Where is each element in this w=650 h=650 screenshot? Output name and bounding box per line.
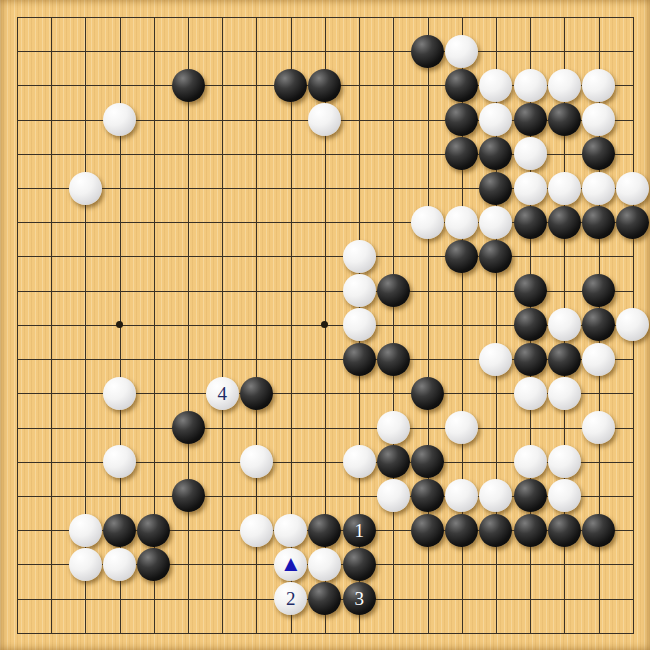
- board-point[interactable]: [376, 274, 410, 308]
- board-point[interactable]: [445, 308, 479, 342]
- board-point[interactable]: [171, 513, 205, 547]
- board-point[interactable]: [34, 239, 68, 273]
- board-point[interactable]: [103, 547, 137, 581]
- board-point[interactable]: [68, 342, 102, 376]
- board-point[interactable]: [68, 547, 102, 581]
- board-point[interactable]: [479, 34, 513, 68]
- board-point[interactable]: [274, 137, 308, 171]
- board-point[interactable]: [410, 342, 444, 376]
- board-point[interactable]: 4: [205, 376, 239, 410]
- board-point[interactable]: [274, 308, 308, 342]
- board-point[interactable]: [239, 171, 273, 205]
- board-point[interactable]: [513, 616, 547, 650]
- board-point[interactable]: [547, 376, 581, 410]
- board-point[interactable]: [171, 34, 205, 68]
- board-point[interactable]: [513, 239, 547, 273]
- board-point[interactable]: [513, 137, 547, 171]
- board-point[interactable]: [68, 171, 102, 205]
- board-point[interactable]: [547, 410, 581, 444]
- board-point[interactable]: [479, 0, 513, 34]
- board-point[interactable]: [342, 410, 376, 444]
- board-point[interactable]: [376, 308, 410, 342]
- board-point[interactable]: [205, 342, 239, 376]
- board-point[interactable]: [137, 308, 171, 342]
- board-point[interactable]: [616, 342, 650, 376]
- board-point[interactable]: [0, 68, 34, 102]
- board-point[interactable]: [103, 308, 137, 342]
- board-point[interactable]: [308, 0, 342, 34]
- board-point[interactable]: [581, 0, 615, 34]
- board-point[interactable]: [445, 479, 479, 513]
- board-point[interactable]: [239, 410, 273, 444]
- board-point[interactable]: [34, 445, 68, 479]
- board-point[interactable]: [0, 410, 34, 444]
- board-point[interactable]: [274, 103, 308, 137]
- board-point[interactable]: [410, 171, 444, 205]
- board-point[interactable]: [410, 547, 444, 581]
- board-point[interactable]: [547, 479, 581, 513]
- board-point[interactable]: [410, 513, 444, 547]
- board-point[interactable]: [308, 274, 342, 308]
- board-point[interactable]: [34, 137, 68, 171]
- board-point[interactable]: [342, 274, 376, 308]
- board-point[interactable]: [103, 581, 137, 615]
- board-point[interactable]: [581, 205, 615, 239]
- board-point[interactable]: [342, 479, 376, 513]
- board-point[interactable]: [410, 103, 444, 137]
- board-point[interactable]: [308, 34, 342, 68]
- board-point[interactable]: [547, 445, 581, 479]
- board-point[interactable]: [445, 171, 479, 205]
- board-point[interactable]: [34, 171, 68, 205]
- board-point[interactable]: [137, 171, 171, 205]
- board-point[interactable]: [376, 0, 410, 34]
- board-point[interactable]: [616, 274, 650, 308]
- board-point[interactable]: [137, 34, 171, 68]
- board-point[interactable]: [513, 445, 547, 479]
- board-point[interactable]: [274, 68, 308, 102]
- board-point[interactable]: [239, 376, 273, 410]
- board-point[interactable]: [103, 205, 137, 239]
- board-point[interactable]: [410, 205, 444, 239]
- board-point[interactable]: [376, 479, 410, 513]
- board-point[interactable]: [445, 581, 479, 615]
- board-point[interactable]: [410, 308, 444, 342]
- board-point[interactable]: [445, 137, 479, 171]
- board-point[interactable]: [68, 445, 102, 479]
- board-point[interactable]: [547, 171, 581, 205]
- board-point[interactable]: [616, 308, 650, 342]
- board-point[interactable]: [137, 103, 171, 137]
- board-point[interactable]: [547, 34, 581, 68]
- board-point[interactable]: [479, 68, 513, 102]
- board-point[interactable]: [616, 137, 650, 171]
- board-point[interactable]: [274, 513, 308, 547]
- board-point[interactable]: [274, 0, 308, 34]
- board-point[interactable]: [239, 513, 273, 547]
- board-point[interactable]: [376, 342, 410, 376]
- board-point[interactable]: [205, 103, 239, 137]
- board-point[interactable]: [376, 68, 410, 102]
- board-point[interactable]: [68, 34, 102, 68]
- board-point[interactable]: [68, 479, 102, 513]
- board-point[interactable]: [308, 513, 342, 547]
- board-point[interactable]: [171, 103, 205, 137]
- board-point[interactable]: [547, 239, 581, 273]
- board-point[interactable]: [137, 0, 171, 34]
- board-point[interactable]: [445, 410, 479, 444]
- board-point[interactable]: [103, 239, 137, 273]
- board-point[interactable]: [581, 547, 615, 581]
- board-point[interactable]: [171, 0, 205, 34]
- board-point[interactable]: [616, 479, 650, 513]
- board-point[interactable]: [479, 616, 513, 650]
- board-point[interactable]: [513, 0, 547, 34]
- board-point[interactable]: [445, 34, 479, 68]
- board-point[interactable]: [376, 171, 410, 205]
- board-point[interactable]: [0, 103, 34, 137]
- board-point[interactable]: [205, 410, 239, 444]
- board-point[interactable]: [205, 479, 239, 513]
- board-point[interactable]: [479, 342, 513, 376]
- board-point[interactable]: [34, 103, 68, 137]
- board-point[interactable]: [410, 68, 444, 102]
- board-point[interactable]: [308, 581, 342, 615]
- board-point[interactable]: [68, 376, 102, 410]
- board-point[interactable]: [308, 376, 342, 410]
- board-point[interactable]: [274, 445, 308, 479]
- board-point[interactable]: [547, 274, 581, 308]
- board-point[interactable]: [547, 342, 581, 376]
- board-point[interactable]: [342, 0, 376, 34]
- board-point[interactable]: [445, 239, 479, 273]
- board-point[interactable]: [616, 513, 650, 547]
- board-point[interactable]: [581, 616, 615, 650]
- board-point[interactable]: [342, 205, 376, 239]
- board-point[interactable]: [479, 171, 513, 205]
- board-point[interactable]: [581, 308, 615, 342]
- board-point[interactable]: [513, 513, 547, 547]
- board-point[interactable]: [410, 239, 444, 273]
- board-point[interactable]: [0, 445, 34, 479]
- board-point[interactable]: [0, 239, 34, 273]
- board-point[interactable]: [0, 171, 34, 205]
- board-point[interactable]: [171, 479, 205, 513]
- board-point[interactable]: [342, 103, 376, 137]
- board-point[interactable]: [137, 376, 171, 410]
- board-point[interactable]: [0, 479, 34, 513]
- board-point[interactable]: [34, 308, 68, 342]
- board-point[interactable]: [34, 68, 68, 102]
- board-point[interactable]: [410, 137, 444, 171]
- board-point[interactable]: [479, 581, 513, 615]
- board-point[interactable]: [410, 34, 444, 68]
- board-point[interactable]: [205, 0, 239, 34]
- board-point[interactable]: [308, 103, 342, 137]
- board-point[interactable]: [376, 239, 410, 273]
- board-point[interactable]: [342, 68, 376, 102]
- board-point[interactable]: [342, 171, 376, 205]
- board-point[interactable]: [0, 0, 34, 34]
- board-point[interactable]: [513, 308, 547, 342]
- board-point[interactable]: [308, 445, 342, 479]
- board-point[interactable]: [68, 239, 102, 273]
- board-point[interactable]: [0, 205, 34, 239]
- board-point[interactable]: [68, 205, 102, 239]
- board-point[interactable]: [410, 581, 444, 615]
- board-point[interactable]: [581, 68, 615, 102]
- board-point[interactable]: [34, 410, 68, 444]
- board-point[interactable]: [205, 68, 239, 102]
- board-point[interactable]: [274, 171, 308, 205]
- board-point[interactable]: [171, 171, 205, 205]
- board-point[interactable]: [205, 171, 239, 205]
- board-point[interactable]: [239, 616, 273, 650]
- board-point[interactable]: [0, 547, 34, 581]
- board-point[interactable]: [103, 137, 137, 171]
- board-point[interactable]: [137, 581, 171, 615]
- board-point[interactable]: [410, 410, 444, 444]
- board-point[interactable]: [376, 137, 410, 171]
- board-point[interactable]: [274, 34, 308, 68]
- board-point[interactable]: [513, 547, 547, 581]
- board-point[interactable]: 3: [342, 581, 376, 615]
- board-point[interactable]: [445, 616, 479, 650]
- board-point[interactable]: [0, 34, 34, 68]
- board-point[interactable]: [410, 479, 444, 513]
- board-point[interactable]: [68, 68, 102, 102]
- board-point[interactable]: [616, 103, 650, 137]
- board-point[interactable]: [0, 308, 34, 342]
- board-point[interactable]: [479, 308, 513, 342]
- board-point[interactable]: [171, 581, 205, 615]
- board-point[interactable]: [445, 205, 479, 239]
- board-point[interactable]: [137, 410, 171, 444]
- board-point[interactable]: [479, 376, 513, 410]
- board-point[interactable]: [308, 410, 342, 444]
- board-point[interactable]: [103, 445, 137, 479]
- board-point[interactable]: [0, 376, 34, 410]
- board-point[interactable]: [342, 547, 376, 581]
- board-point[interactable]: [103, 68, 137, 102]
- board-point[interactable]: [68, 616, 102, 650]
- board-point[interactable]: [547, 137, 581, 171]
- board-point[interactable]: [342, 239, 376, 273]
- board-point[interactable]: [205, 274, 239, 308]
- board-point[interactable]: [34, 479, 68, 513]
- board-point[interactable]: [308, 479, 342, 513]
- board-point[interactable]: [342, 137, 376, 171]
- board-point[interactable]: [68, 137, 102, 171]
- board-point[interactable]: [239, 547, 273, 581]
- board-point[interactable]: 1: [342, 513, 376, 547]
- board-point[interactable]: [239, 308, 273, 342]
- board-point[interactable]: [205, 513, 239, 547]
- board-point[interactable]: [479, 103, 513, 137]
- board-point[interactable]: [547, 205, 581, 239]
- board-point[interactable]: [0, 137, 34, 171]
- board-point[interactable]: [445, 547, 479, 581]
- board-point[interactable]: [274, 376, 308, 410]
- board-point[interactable]: [171, 342, 205, 376]
- board-point[interactable]: [479, 239, 513, 273]
- board-point[interactable]: [513, 410, 547, 444]
- board-point[interactable]: [376, 376, 410, 410]
- board-point[interactable]: [376, 410, 410, 444]
- board-point[interactable]: [445, 513, 479, 547]
- board-point[interactable]: [547, 513, 581, 547]
- board-point[interactable]: [68, 513, 102, 547]
- board-point[interactable]: [342, 34, 376, 68]
- board-point[interactable]: [103, 410, 137, 444]
- board-point[interactable]: [34, 34, 68, 68]
- board-point[interactable]: [239, 68, 273, 102]
- board-point[interactable]: [34, 376, 68, 410]
- board-point[interactable]: [616, 205, 650, 239]
- board-point[interactable]: [581, 137, 615, 171]
- board-point[interactable]: [342, 308, 376, 342]
- board-point[interactable]: [137, 274, 171, 308]
- board-point[interactable]: [547, 103, 581, 137]
- board-point[interactable]: [581, 171, 615, 205]
- board-point[interactable]: [616, 581, 650, 615]
- board-point[interactable]: [513, 171, 547, 205]
- board-point[interactable]: [342, 616, 376, 650]
- board-point[interactable]: [581, 342, 615, 376]
- board-point[interactable]: [616, 239, 650, 273]
- board-point[interactable]: [171, 410, 205, 444]
- board-point[interactable]: [308, 239, 342, 273]
- board-point[interactable]: [547, 0, 581, 34]
- board-point[interactable]: [205, 581, 239, 615]
- board-point[interactable]: [137, 616, 171, 650]
- board-point[interactable]: [581, 445, 615, 479]
- board-point[interactable]: [34, 513, 68, 547]
- board-point[interactable]: [171, 445, 205, 479]
- board-point[interactable]: [34, 0, 68, 34]
- board-point[interactable]: [445, 342, 479, 376]
- board-point[interactable]: [581, 513, 615, 547]
- board-point[interactable]: [103, 34, 137, 68]
- board-point[interactable]: [616, 547, 650, 581]
- board-point[interactable]: [34, 581, 68, 615]
- board-point[interactable]: [137, 239, 171, 273]
- board-point[interactable]: [342, 445, 376, 479]
- board-point[interactable]: [616, 410, 650, 444]
- board-point[interactable]: [513, 581, 547, 615]
- board-point[interactable]: [171, 68, 205, 102]
- board-point[interactable]: [376, 445, 410, 479]
- board-point[interactable]: [171, 137, 205, 171]
- board-point[interactable]: [342, 342, 376, 376]
- board-point[interactable]: [103, 274, 137, 308]
- board-point[interactable]: [137, 205, 171, 239]
- board-point[interactable]: [581, 274, 615, 308]
- board-point[interactable]: [239, 581, 273, 615]
- board-point[interactable]: [616, 616, 650, 650]
- board-point[interactable]: [103, 171, 137, 205]
- board-point[interactable]: [342, 376, 376, 410]
- board-point[interactable]: [239, 445, 273, 479]
- board-point[interactable]: [547, 616, 581, 650]
- board-point[interactable]: [479, 513, 513, 547]
- board-point[interactable]: [205, 616, 239, 650]
- board-point[interactable]: [0, 513, 34, 547]
- board-point[interactable]: [34, 547, 68, 581]
- board-point[interactable]: [616, 376, 650, 410]
- board-point[interactable]: [308, 616, 342, 650]
- board-point[interactable]: [410, 445, 444, 479]
- board-point[interactable]: [103, 616, 137, 650]
- board-point[interactable]: [547, 308, 581, 342]
- board-point[interactable]: [239, 137, 273, 171]
- board-point[interactable]: [581, 410, 615, 444]
- board-point[interactable]: [445, 274, 479, 308]
- board-point[interactable]: [581, 34, 615, 68]
- board-point[interactable]: [68, 0, 102, 34]
- board-point[interactable]: [34, 616, 68, 650]
- board-point[interactable]: [410, 616, 444, 650]
- board-point[interactable]: [376, 547, 410, 581]
- board-point[interactable]: [616, 445, 650, 479]
- board-point[interactable]: [376, 34, 410, 68]
- board-point[interactable]: [376, 616, 410, 650]
- board-point[interactable]: [103, 103, 137, 137]
- board-point[interactable]: [34, 205, 68, 239]
- board-point[interactable]: [479, 205, 513, 239]
- board-point[interactable]: [0, 581, 34, 615]
- board-point[interactable]: [479, 445, 513, 479]
- board-point[interactable]: [479, 137, 513, 171]
- board-point[interactable]: [547, 68, 581, 102]
- board-point[interactable]: [616, 34, 650, 68]
- board-point[interactable]: [308, 342, 342, 376]
- board-point[interactable]: [308, 547, 342, 581]
- board-point[interactable]: [513, 68, 547, 102]
- board-point[interactable]: [103, 376, 137, 410]
- board-point[interactable]: [513, 342, 547, 376]
- board-point[interactable]: [205, 445, 239, 479]
- board-point[interactable]: [171, 239, 205, 273]
- board-point[interactable]: [308, 308, 342, 342]
- board-point[interactable]: [34, 342, 68, 376]
- board-point[interactable]: 2: [274, 581, 308, 615]
- board-point[interactable]: [274, 239, 308, 273]
- board-point[interactable]: [445, 376, 479, 410]
- board-point[interactable]: [137, 547, 171, 581]
- board-point[interactable]: [171, 376, 205, 410]
- board-point[interactable]: [547, 547, 581, 581]
- board-point[interactable]: [513, 274, 547, 308]
- board-point[interactable]: [103, 342, 137, 376]
- board-point[interactable]: [445, 68, 479, 102]
- board-point[interactable]: [68, 581, 102, 615]
- board-point[interactable]: [239, 479, 273, 513]
- board-point[interactable]: [0, 274, 34, 308]
- board-point[interactable]: [445, 0, 479, 34]
- board-point[interactable]: [171, 205, 205, 239]
- board-point[interactable]: [137, 445, 171, 479]
- board-point[interactable]: [68, 410, 102, 444]
- board-point[interactable]: [274, 205, 308, 239]
- board-point[interactable]: [581, 376, 615, 410]
- board-point[interactable]: [308, 171, 342, 205]
- board-point[interactable]: [171, 547, 205, 581]
- board-point[interactable]: [137, 137, 171, 171]
- board-point[interactable]: [137, 342, 171, 376]
- board-point[interactable]: [239, 103, 273, 137]
- board-point[interactable]: [239, 239, 273, 273]
